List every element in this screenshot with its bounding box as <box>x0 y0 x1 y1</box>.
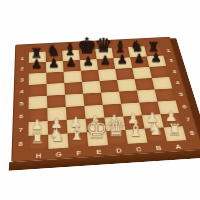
rank-label-right-6: 6 <box>176 100 194 113</box>
white-bishop[interactable]: ♝ <box>128 121 145 140</box>
rank-label-left-7: 7 <box>13 122 28 137</box>
piece-cell <box>100 91 120 104</box>
rank-label-right-3: 3 <box>166 65 182 77</box>
white-king[interactable]: ♚ <box>85 117 108 142</box>
piece-cell: ♜ <box>162 126 185 141</box>
rank-label-left-6: 6 <box>14 109 29 123</box>
black-pawn[interactable]: ♟ <box>151 51 162 63</box>
file-label-b: B <box>147 141 169 154</box>
rank-label-left-3: 3 <box>15 74 29 86</box>
white-rook[interactable]: ♜ <box>30 130 44 145</box>
rank-label-right-8: 8 <box>183 125 200 140</box>
piece-cell <box>153 88 174 101</box>
black-pawn[interactable]: ♟ <box>83 55 94 67</box>
piece-cell: ♝ <box>124 128 146 143</box>
photo-background: 1122334455667788HGFEDCBA ♜♞♝♚♛♝♞♜♟♟♟♟♟♟♟… <box>0 0 200 200</box>
black-pawn[interactable]: ♟ <box>65 56 76 68</box>
scene: 1122334455667788HGFEDCBA ♜♞♝♚♛♝♞♜♟♟♟♟♟♟♟… <box>0 0 200 200</box>
white-knight[interactable]: ♞ <box>147 121 163 138</box>
black-pawn[interactable]: ♟ <box>31 58 42 70</box>
chess-board: 1122334455667788HGFEDCBA ♜♞♝♚♛♝♞♜♟♟♟♟♟♟♟… <box>11 37 200 162</box>
piece-cell <box>63 70 81 82</box>
piece-cell: ♚ <box>86 130 107 145</box>
pieces-layer: ♜♞♝♚♛♝♞♜♟♟♟♟♟♟♟♟♟♟♟♟♟♟♟♟♜♞♝♚♛♝♞♜ <box>27 45 185 149</box>
white-rook[interactable]: ♜ <box>168 122 182 137</box>
white-bishop[interactable]: ♝ <box>69 124 86 143</box>
piece-cell: ♞ <box>143 127 165 142</box>
piece-cell: ♜ <box>27 134 47 150</box>
file-label-e: E <box>88 145 109 158</box>
rank-label-left-5: 5 <box>14 97 29 110</box>
black-pawn[interactable]: ♟ <box>48 57 59 69</box>
rank-label-right-2: 2 <box>163 55 179 66</box>
piece-cell <box>118 90 138 103</box>
piece-cell: ♞ <box>47 133 67 148</box>
piece-cell: ♟ <box>96 58 115 70</box>
rank-label-left-4: 4 <box>14 85 28 98</box>
frame-corner <box>186 139 200 151</box>
piece-cell: ♝ <box>66 132 87 147</box>
rank-label-left-8: 8 <box>13 136 29 151</box>
rank-label-left-1: 1 <box>16 52 29 63</box>
black-pawn[interactable]: ♟ <box>117 53 128 65</box>
frame-corner <box>12 150 28 163</box>
rank-label-right-5: 5 <box>172 88 189 101</box>
file-label-a: A <box>167 140 190 153</box>
piece-cell <box>82 92 102 105</box>
piece-cell: ♟ <box>146 55 165 66</box>
file-label-h: H <box>28 149 48 162</box>
white-knight[interactable]: ♞ <box>49 127 65 145</box>
piece-cell <box>46 94 65 107</box>
file-label-f: F <box>68 146 89 159</box>
rank-label-left-2: 2 <box>15 63 29 75</box>
black-pawn[interactable]: ♟ <box>134 52 145 64</box>
black-pawn[interactable]: ♟ <box>100 54 111 66</box>
rank-label-right-4: 4 <box>169 76 186 88</box>
white-queen[interactable]: ♛ <box>106 118 127 141</box>
piece-cell <box>28 95 47 108</box>
file-label-g: G <box>48 148 69 161</box>
file-label-c: C <box>128 143 150 156</box>
file-label-d: D <box>108 144 130 157</box>
piece-cell <box>64 93 83 106</box>
